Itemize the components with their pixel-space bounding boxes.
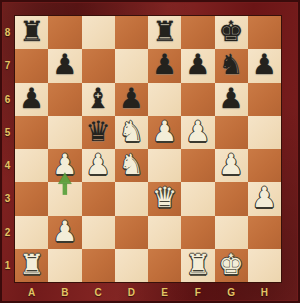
piece-white-pawn-c4[interactable]: ♟ <box>86 148 111 181</box>
square-h7[interactable]: ♟ <box>248 49 281 82</box>
board: ♜♜♚♟♟♟♞♟♟♝♟♟♛♞♟♟♟♟♞♟♛♟♟♜♜♚ <box>15 16 281 282</box>
rank-label-2: 2 <box>0 216 15 249</box>
rank-label-3: 3 <box>0 182 15 215</box>
board-frame: ♜♜♚♟♟♟♞♟♟♝♟♟♛♞♟♟♟♟♞♟♛♟♟♜♜♚ 87654321 ABCD… <box>0 0 300 303</box>
square-e5[interactable]: ♟ <box>148 116 181 149</box>
square-c8[interactable] <box>82 16 115 49</box>
square-c3[interactable] <box>82 182 115 215</box>
square-a2[interactable] <box>15 216 48 249</box>
square-h1[interactable] <box>248 249 281 282</box>
file-label-h: H <box>248 283 281 302</box>
square-c1[interactable] <box>82 249 115 282</box>
piece-black-knight-g7[interactable]: ♞ <box>219 48 244 81</box>
square-g6[interactable]: ♟ <box>215 83 248 116</box>
square-f6[interactable] <box>181 83 214 116</box>
square-e2[interactable] <box>148 216 181 249</box>
square-d7[interactable] <box>115 49 148 82</box>
square-a7[interactable] <box>15 49 48 82</box>
piece-black-pawn-h7[interactable]: ♟ <box>252 48 277 81</box>
square-c5[interactable]: ♛ <box>82 116 115 149</box>
square-b3[interactable] <box>48 182 81 215</box>
rank-label-6: 6 <box>0 83 15 116</box>
piece-white-knight-d4[interactable]: ♞ <box>119 148 144 181</box>
rank-label-1: 1 <box>0 249 15 282</box>
square-f3[interactable] <box>181 182 214 215</box>
piece-black-rook-a8[interactable]: ♜ <box>19 15 44 48</box>
square-g4[interactable]: ♟ <box>215 149 248 182</box>
square-e3[interactable]: ♛ <box>148 182 181 215</box>
piece-black-pawn-d6[interactable]: ♟ <box>119 82 144 115</box>
rank-label-7: 7 <box>0 49 15 82</box>
rank-label-8: 8 <box>0 16 15 49</box>
piece-white-queen-e3[interactable]: ♛ <box>152 181 177 214</box>
square-f5[interactable]: ♟ <box>181 116 214 149</box>
square-f7[interactable]: ♟ <box>181 49 214 82</box>
square-a3[interactable] <box>15 182 48 215</box>
square-h8[interactable] <box>248 16 281 49</box>
piece-black-pawn-a6[interactable]: ♟ <box>19 82 44 115</box>
square-d8[interactable] <box>115 16 148 49</box>
piece-white-pawn-f5[interactable]: ♟ <box>185 115 210 148</box>
square-d4[interactable]: ♞ <box>115 149 148 182</box>
square-e6[interactable] <box>148 83 181 116</box>
square-e1[interactable] <box>148 249 181 282</box>
square-e7[interactable]: ♟ <box>148 49 181 82</box>
rank-label-4: 4 <box>0 149 15 182</box>
square-h2[interactable] <box>248 216 281 249</box>
square-g1[interactable]: ♚ <box>215 249 248 282</box>
piece-white-pawn-b4[interactable]: ♟ <box>52 148 77 181</box>
file-label-g: G <box>215 283 248 302</box>
file-label-c: C <box>82 283 115 302</box>
square-b4[interactable]: ♟ <box>48 149 81 182</box>
square-g8[interactable]: ♚ <box>215 16 248 49</box>
file-label-e: E <box>148 283 181 302</box>
square-e4[interactable] <box>148 149 181 182</box>
rank-label-5: 5 <box>0 116 15 149</box>
piece-black-rook-e8[interactable]: ♜ <box>152 15 177 48</box>
square-f2[interactable] <box>181 216 214 249</box>
square-a5[interactable] <box>15 116 48 149</box>
square-d2[interactable] <box>115 216 148 249</box>
square-h3[interactable]: ♟ <box>248 182 281 215</box>
square-h6[interactable] <box>248 83 281 116</box>
square-a8[interactable]: ♜ <box>15 16 48 49</box>
piece-white-pawn-h3[interactable]: ♟ <box>252 181 277 214</box>
piece-black-pawn-f7[interactable]: ♟ <box>185 48 210 81</box>
piece-white-pawn-g4[interactable]: ♟ <box>219 148 244 181</box>
piece-white-rook-a1[interactable]: ♜ <box>19 248 44 281</box>
square-c7[interactable] <box>82 49 115 82</box>
square-h4[interactable] <box>248 149 281 182</box>
square-b5[interactable] <box>48 116 81 149</box>
square-b7[interactable]: ♟ <box>48 49 81 82</box>
square-b8[interactable] <box>48 16 81 49</box>
square-d5[interactable]: ♞ <box>115 116 148 149</box>
piece-black-pawn-e7[interactable]: ♟ <box>152 48 177 81</box>
square-g7[interactable]: ♞ <box>215 49 248 82</box>
square-f4[interactable] <box>181 149 214 182</box>
square-b1[interactable] <box>48 249 81 282</box>
square-c4[interactable]: ♟ <box>82 149 115 182</box>
piece-black-bishop-c6[interactable]: ♝ <box>86 82 111 115</box>
square-c2[interactable] <box>82 216 115 249</box>
square-g5[interactable] <box>215 116 248 149</box>
piece-black-king-g8[interactable]: ♚ <box>219 15 244 48</box>
square-c6[interactable]: ♝ <box>82 83 115 116</box>
square-g2[interactable] <box>215 216 248 249</box>
square-b6[interactable] <box>48 83 81 116</box>
piece-white-king-g1[interactable]: ♚ <box>219 248 244 281</box>
piece-black-queen-c5[interactable]: ♛ <box>86 115 111 148</box>
square-f1[interactable]: ♜ <box>181 249 214 282</box>
square-g3[interactable] <box>215 182 248 215</box>
square-b2[interactable]: ♟ <box>48 216 81 249</box>
square-a1[interactable]: ♜ <box>15 249 48 282</box>
piece-white-rook-f1[interactable]: ♜ <box>185 248 210 281</box>
piece-black-pawn-b7[interactable]: ♟ <box>52 48 77 81</box>
file-label-b: B <box>48 283 81 302</box>
piece-white-knight-d5[interactable]: ♞ <box>119 115 144 148</box>
piece-white-pawn-e5[interactable]: ♟ <box>152 115 177 148</box>
square-e8[interactable]: ♜ <box>148 16 181 49</box>
square-d6[interactable]: ♟ <box>115 83 148 116</box>
square-d1[interactable] <box>115 249 148 282</box>
square-d3[interactable] <box>115 182 148 215</box>
square-a4[interactable] <box>15 149 48 182</box>
square-a6[interactable]: ♟ <box>15 83 48 116</box>
piece-black-pawn-g6[interactable]: ♟ <box>219 82 244 115</box>
piece-white-pawn-b2[interactable]: ♟ <box>52 215 77 248</box>
file-label-a: A <box>15 283 48 302</box>
file-label-f: F <box>181 283 214 302</box>
file-label-d: D <box>115 283 148 302</box>
square-f8[interactable] <box>181 16 214 49</box>
square-h5[interactable] <box>248 116 281 149</box>
